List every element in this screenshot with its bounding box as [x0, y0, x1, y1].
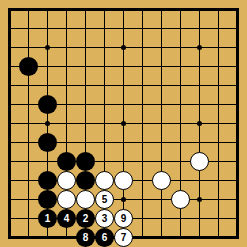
black-stone: 6 — [95, 228, 114, 247]
black-stone — [19, 57, 38, 76]
white-stone: 3 — [95, 209, 114, 228]
black-stone: 2 — [76, 209, 95, 228]
white-stone — [190, 152, 209, 171]
black-stone — [38, 133, 57, 152]
star-point — [45, 121, 50, 126]
black-stone: 4 — [57, 209, 76, 228]
move-number: 7 — [121, 233, 127, 243]
white-stone: 5 — [95, 190, 114, 209]
black-stone — [38, 95, 57, 114]
black-stone: 1 — [38, 209, 57, 228]
white-stone — [171, 190, 190, 209]
star-point — [45, 45, 50, 50]
move-number: 1 — [45, 214, 51, 224]
black-stone — [38, 171, 57, 190]
black-stone — [76, 171, 95, 190]
star-point — [197, 197, 202, 202]
white-stone — [57, 190, 76, 209]
black-stone — [57, 152, 76, 171]
move-number: 3 — [102, 214, 108, 224]
move-number: 9 — [121, 214, 127, 224]
white-stone — [76, 190, 95, 209]
move-number: 4 — [64, 214, 70, 224]
white-stone — [152, 171, 171, 190]
star-point — [197, 121, 202, 126]
white-stone — [114, 171, 133, 190]
black-stone — [38, 190, 57, 209]
white-stone — [95, 171, 114, 190]
go-board: 514239867 — [0, 0, 247, 247]
star-point — [121, 45, 126, 50]
white-stone: 7 — [114, 228, 133, 247]
move-number: 5 — [102, 195, 108, 205]
star-point — [197, 45, 202, 50]
black-stone: 8 — [76, 228, 95, 247]
move-number: 2 — [83, 214, 89, 224]
black-stone — [76, 152, 95, 171]
star-point — [121, 121, 126, 126]
move-number: 6 — [102, 233, 108, 243]
white-stone — [57, 171, 76, 190]
star-point — [121, 197, 126, 202]
move-number: 8 — [83, 233, 89, 243]
white-stone: 9 — [114, 209, 133, 228]
